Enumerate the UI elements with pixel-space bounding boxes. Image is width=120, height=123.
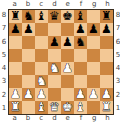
rank-label-2: 2 <box>0 89 8 102</box>
white-king: ♚ <box>62 101 73 114</box>
square-d6[interactable]: ♟ <box>48 36 61 49</box>
file-label-h: h <box>101 114 114 123</box>
square-g5[interactable] <box>87 49 100 62</box>
white-pawn: ♟ <box>62 62 73 75</box>
rank-label-7: 7 <box>0 22 8 35</box>
white-queen: ♛ <box>49 101 60 114</box>
square-c8[interactable]: ♝ <box>35 10 48 23</box>
black-pawn: ♟ <box>88 23 99 36</box>
square-g2[interactable]: ♟ <box>87 88 100 101</box>
rank-label-3: 3 <box>114 75 120 88</box>
file-label-d: d <box>48 114 61 123</box>
square-b2[interactable]: ♟ <box>22 88 35 101</box>
file-label-e: e <box>61 114 74 123</box>
square-b6[interactable] <box>22 36 35 49</box>
white-pawn: ♟ <box>23 88 34 101</box>
black-pawn: ♟ <box>10 23 21 36</box>
square-g7[interactable]: ♟ <box>87 23 100 36</box>
white-bishop: ♝ <box>36 101 47 114</box>
square-a5[interactable] <box>9 49 22 62</box>
rank-label-2: 2 <box>114 89 120 102</box>
white-rook: ♜ <box>10 101 21 114</box>
white-rook: ♜ <box>101 101 112 114</box>
rank-label-4: 4 <box>0 62 8 75</box>
square-h4[interactable] <box>100 62 113 75</box>
square-e1[interactable]: ♚ <box>61 101 74 114</box>
square-h7[interactable]: ♟ <box>100 23 113 36</box>
square-a4[interactable] <box>9 62 22 75</box>
rank-labels-right: 87654321 <box>114 9 120 115</box>
square-g1[interactable] <box>87 101 100 114</box>
rank-label-1: 1 <box>114 102 120 115</box>
square-c5[interactable] <box>35 49 48 62</box>
rank-label-8: 8 <box>0 9 8 22</box>
black-queen: ♛ <box>49 10 60 23</box>
square-f6[interactable]: ♞ <box>74 36 87 49</box>
square-a7[interactable]: ♟ <box>9 23 22 36</box>
square-f1[interactable]: ♝ <box>74 101 87 114</box>
square-h5[interactable] <box>100 49 113 62</box>
square-a1[interactable]: ♜ <box>9 101 22 114</box>
rank-labels-left: 87654321 <box>0 9 8 115</box>
square-f5[interactable] <box>74 49 87 62</box>
black-knight: ♞ <box>75 36 86 49</box>
black-pawn: ♟ <box>101 23 112 36</box>
square-e3[interactable] <box>61 75 74 88</box>
file-label-a: a <box>8 0 21 9</box>
file-label-g: g <box>88 0 101 9</box>
square-c7[interactable] <box>35 23 48 36</box>
file-labels-top: abcdefgh <box>8 0 114 9</box>
black-pawn: ♟ <box>62 36 73 49</box>
file-label-f: f <box>74 0 87 9</box>
square-c6[interactable] <box>35 36 48 49</box>
rank-label-1: 1 <box>0 102 8 115</box>
file-label-f: f <box>74 114 87 123</box>
square-c1[interactable]: ♝ <box>35 101 48 114</box>
square-g4[interactable] <box>87 62 100 75</box>
black-king: ♚ <box>62 10 73 23</box>
rank-label-4: 4 <box>114 62 120 75</box>
square-b1[interactable] <box>22 101 35 114</box>
square-f4[interactable] <box>74 62 87 75</box>
square-b4[interactable] <box>22 62 35 75</box>
square-e8[interactable]: ♚ <box>61 10 74 23</box>
black-pawn: ♟ <box>23 23 34 36</box>
file-labels-bottom: abcdefgh <box>8 114 114 123</box>
file-label-c: c <box>35 0 48 9</box>
square-a6[interactable] <box>9 36 22 49</box>
file-label-a: a <box>8 114 21 123</box>
rank-label-7: 7 <box>114 22 120 35</box>
square-d1[interactable]: ♛ <box>48 101 61 114</box>
square-d8[interactable]: ♛ <box>48 10 61 23</box>
white-knight: ♞ <box>49 62 60 75</box>
square-e4[interactable]: ♟ <box>61 62 74 75</box>
white-bishop: ♝ <box>75 101 86 114</box>
square-h1[interactable]: ♜ <box>100 101 113 114</box>
square-e6[interactable]: ♟ <box>61 36 74 49</box>
rank-label-8: 8 <box>114 9 120 22</box>
rank-label-6: 6 <box>114 36 120 49</box>
file-label-b: b <box>21 114 34 123</box>
black-bishop: ♝ <box>36 10 47 23</box>
white-pawn: ♟ <box>88 88 99 101</box>
square-b7[interactable]: ♟ <box>22 23 35 36</box>
file-label-c: c <box>35 114 48 123</box>
rank-label-3: 3 <box>0 75 8 88</box>
black-pawn: ♟ <box>49 36 60 49</box>
file-label-d: d <box>48 0 61 9</box>
square-d4[interactable]: ♞ <box>48 62 61 75</box>
file-label-e: e <box>61 0 74 9</box>
file-label-h: h <box>101 0 114 9</box>
file-label-g: g <box>88 114 101 123</box>
rank-label-6: 6 <box>0 36 8 49</box>
file-label-b: b <box>21 0 34 9</box>
rank-label-5: 5 <box>0 49 8 62</box>
square-d3[interactable] <box>48 75 61 88</box>
square-h6[interactable] <box>100 36 113 49</box>
rank-label-5: 5 <box>114 49 120 62</box>
square-g6[interactable] <box>87 36 100 49</box>
square-b5[interactable] <box>22 49 35 62</box>
chess-diagram: abcdefgh 87654321 ♜♞♝♛♚♝♜♟♟♟♟♟♟♟♞♞♟♞♟♟♟♟… <box>0 0 120 123</box>
chess-board: ♜♞♝♛♚♝♜♟♟♟♟♟♟♟♞♞♟♞♟♟♟♟♟♟♜♝♛♚♝♜ <box>8 9 114 115</box>
